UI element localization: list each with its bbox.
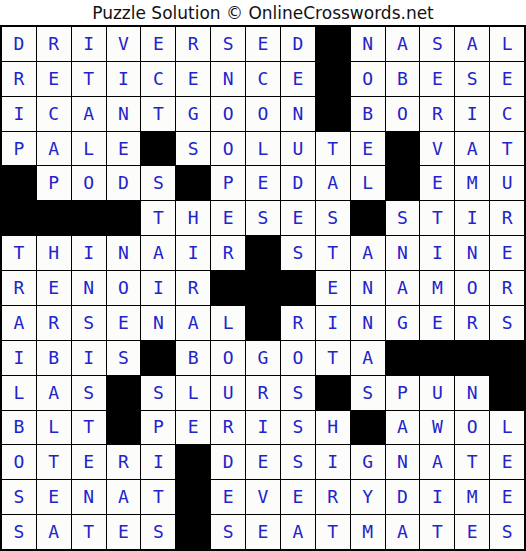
grid-cell: E [107,132,141,166]
grid-cell: B [176,341,210,375]
grid-cell: L [490,27,524,61]
grid-cell: N [386,445,420,479]
grid-cell: E [490,480,524,514]
block-cell [490,341,524,375]
grid-cell: R [316,480,350,514]
grid-cell: E [246,445,280,479]
grid-cell: I [72,236,106,270]
grid-cell: E [281,201,315,235]
grid-cell: S [107,341,141,375]
block-cell [107,376,141,410]
grid-cell: R [2,62,36,96]
grid-cell: Y [351,480,385,514]
page-title: Puzzle Solution © OnlineCrosswords.net [92,3,434,23]
grid-cell: O [211,97,245,131]
grid-cell: S [351,376,385,410]
grid-cell: S [281,411,315,445]
grid-cell: S [211,515,245,549]
block-cell [72,201,106,235]
grid-cell: C [141,62,175,96]
grid-cell: E [141,27,175,61]
block-cell [141,132,175,166]
block-cell [2,166,36,200]
grid-cell: E [176,62,210,96]
grid-cell: V [246,480,280,514]
grid-cell: E [211,201,245,235]
grid-cell: S [141,515,175,549]
grid-cell: G [246,341,280,375]
grid-cell: S [281,445,315,479]
grid-cell: E [490,236,524,270]
grid-cell: R [490,271,524,305]
grid-cell: I [72,341,106,375]
grid-cell: T [141,97,175,131]
grid-cell: B [351,97,385,131]
grid-cell: L [211,306,245,340]
block-cell [107,411,141,445]
grid-cell: N [72,480,106,514]
grid-cell: E [455,515,489,549]
grid-cell: N [351,271,385,305]
block-cell [211,271,245,305]
block-cell [386,132,420,166]
grid-cell: N [211,62,245,96]
block-cell [176,515,210,549]
grid-cell: I [2,97,36,131]
block-cell [316,376,350,410]
grid-cell: E [37,271,71,305]
grid-cell: U [281,132,315,166]
grid-cell: D [107,166,141,200]
grid-cell: A [386,411,420,445]
grid-cell: S [141,376,175,410]
grid-cell: D [281,166,315,200]
grid-cell: L [2,376,36,410]
grid-cell: L [176,376,210,410]
grid-cell: D [2,27,36,61]
grid-cell: L [246,132,280,166]
grid-cell: G [351,445,385,479]
block-cell [246,306,280,340]
title-bar: Puzzle Solution © OnlineCrosswords.net [0,0,526,25]
grid-cell: O [351,62,385,96]
grid-cell: M [455,480,489,514]
grid-cell: H [176,201,210,235]
grid-cell: T [72,515,106,549]
grid-cell: P [386,376,420,410]
grid-cell: C [490,97,524,131]
grid-cell: P [141,411,175,445]
block-cell [2,201,36,235]
grid-cell: R [281,306,315,340]
grid-cell: N [386,236,420,270]
grid-cell: E [281,62,315,96]
grid-cell: A [386,271,420,305]
grid-cell: L [72,132,106,166]
grid-cell: N [72,271,106,305]
block-cell [455,341,489,375]
grid-cell: I [316,306,350,340]
grid-cell: S [211,27,245,61]
grid-cell: T [316,341,350,375]
grid-cell: E [281,480,315,514]
grid-cell: T [455,445,489,479]
grid-cell: M [455,166,489,200]
grid-cell: A [37,132,71,166]
grid-cell: H [316,411,350,445]
grid-cell: R [420,97,454,131]
grid-cell: A [351,236,385,270]
grid-cell: W [420,411,454,445]
grid-cell: S [316,201,350,235]
block-cell [141,341,175,375]
grid-cell: S [246,201,280,235]
block-cell [316,62,350,96]
grid-cell: O [107,271,141,305]
grid-cell: A [72,97,106,131]
grid-cell: O [281,341,315,375]
block-cell [176,166,210,200]
grid-cell: M [420,271,454,305]
grid-cell: A [281,515,315,549]
grid-cell: S [2,515,36,549]
grid-cell: N [107,97,141,131]
grid-cell: A [386,27,420,61]
grid-cell: A [351,341,385,375]
grid-cell: A [176,306,210,340]
grid-cell: E [246,515,280,549]
grid-cell: S [2,480,36,514]
block-cell [316,97,350,131]
grid-cell: A [2,306,36,340]
grid-cell: I [455,97,489,131]
grid-cell: T [141,480,175,514]
grid-cell: I [107,62,141,96]
grid-cell: B [386,62,420,96]
grid-cell: E [490,62,524,96]
grid-cell: S [72,306,106,340]
grid-cell: P [37,166,71,200]
grid-cell: T [72,411,106,445]
block-cell [246,271,280,305]
grid-cell: R [246,376,280,410]
grid-cell: A [316,166,350,200]
grid-cell: D [211,445,245,479]
grid-cell: O [211,341,245,375]
grid-cell: U [420,376,454,410]
block-cell [351,411,385,445]
grid-cell: E [107,306,141,340]
grid-cell: O [455,411,489,445]
grid-cell: V [107,27,141,61]
grid-cell: A [37,515,71,549]
grid-cell: A [107,480,141,514]
grid-cell: O [455,271,489,305]
grid-cell: R [176,271,210,305]
grid-cell: O [72,166,106,200]
block-cell [386,166,420,200]
grid-cell: R [2,271,36,305]
grid-cell: N [281,97,315,131]
grid-cell: R [37,306,71,340]
grid-cell: H [37,236,71,270]
grid-cell: T [316,515,350,549]
grid-cell: U [490,166,524,200]
grid-cell: O [211,132,245,166]
grid-cell: C [37,97,71,131]
grid-cell: A [420,445,454,479]
grid-cell: S [281,376,315,410]
grid-cell: L [351,166,385,200]
grid-cell: G [386,306,420,340]
grid-cell: E [246,166,280,200]
grid-cell: N [351,27,385,61]
grid-cell: S [420,27,454,61]
grid-cell: N [455,376,489,410]
grid-cell: A [141,236,175,270]
grid-cell: S [141,166,175,200]
grid-cell: I [316,445,350,479]
grid-cell: P [2,132,36,166]
grid-cell: I [455,201,489,235]
grid-cell: G [176,97,210,131]
grid-cell: I [2,341,36,375]
block-cell [420,341,454,375]
block-cell [490,376,524,410]
grid-cell: N [455,236,489,270]
grid-cell: E [176,411,210,445]
grid-cell: T [37,445,71,479]
grid-cell: E [211,480,245,514]
grid-cell: E [37,480,71,514]
grid-cell: E [351,132,385,166]
grid-cell: S [386,201,420,235]
grid-cell: I [141,445,175,479]
grid-cell: E [420,306,454,340]
grid-cell: R [211,236,245,270]
grid-cell: T [316,236,350,270]
grid-cell: R [455,306,489,340]
grid-cell: D [386,480,420,514]
block-cell [351,201,385,235]
grid-cell: E [420,62,454,96]
grid-cell: E [316,271,350,305]
grid-cell: E [420,166,454,200]
grid-cell: I [141,271,175,305]
grid-cell: S [455,62,489,96]
grid-cell: E [490,445,524,479]
grid-cell: U [211,376,245,410]
grid-cell: S [490,306,524,340]
grid-cell: R [211,411,245,445]
grid-cell: I [420,236,454,270]
block-cell [316,27,350,61]
grid-cell: T [2,236,36,270]
grid-cell: R [490,201,524,235]
grid-cell: S [490,515,524,549]
grid-cell: T [490,132,524,166]
grid-cell: V [420,132,454,166]
grid-cell: N [107,236,141,270]
block-cell [386,341,420,375]
grid-cell: C [246,62,280,96]
grid-cell: E [107,515,141,549]
grid-cell: I [246,411,280,445]
grid-cell: A [455,27,489,61]
grid-cell: L [37,411,71,445]
grid-cell: L [490,411,524,445]
grid-cell: M [351,515,385,549]
grid-cell: O [2,445,36,479]
grid-cell: A [455,132,489,166]
grid-cell: N [351,306,385,340]
grid-cell: E [37,62,71,96]
grid-cell: I [72,27,106,61]
block-cell [281,271,315,305]
puzzle-solution-page: Puzzle Solution © OnlineCrosswords.net D… [0,0,526,551]
grid-cell: D [281,27,315,61]
grid-cell: T [420,515,454,549]
block-cell [107,201,141,235]
block-cell [37,201,71,235]
block-cell [176,480,210,514]
grid-cell: T [72,62,106,96]
grid-cell: A [386,515,420,549]
grid-cell: S [72,376,106,410]
grid-cell: S [176,132,210,166]
grid-cell: E [246,27,280,61]
grid-cell: O [246,97,280,131]
grid-cell: B [37,341,71,375]
grid-cell: R [37,27,71,61]
grid-cell: A [37,376,71,410]
grid-cell: I [420,480,454,514]
grid-cell: R [107,445,141,479]
grid-cell: R [176,27,210,61]
block-cell [176,445,210,479]
grid-cell: T [420,201,454,235]
grid-cell: E [72,445,106,479]
grid-cell: P [211,166,245,200]
grid-cell: T [141,201,175,235]
grid-cell: S [281,236,315,270]
grid-cell: T [316,132,350,166]
grid-cell: B [2,411,36,445]
grid-cell: N [141,306,175,340]
grid-cell: I [176,236,210,270]
block-cell [246,236,280,270]
crossword-grid: DRIVERSEDNASALRETICENCEOBESEICANTGOONBOR… [0,25,526,551]
grid-cell: O [386,97,420,131]
